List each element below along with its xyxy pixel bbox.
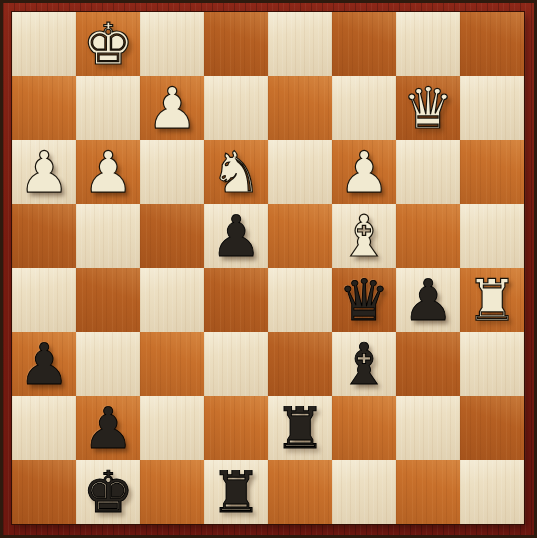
square-d8[interactable] bbox=[204, 12, 268, 76]
piece-black-rook[interactable]: ♜ bbox=[274, 396, 325, 460]
square-b1[interactable]: ♚ bbox=[76, 460, 140, 524]
square-c4[interactable] bbox=[140, 268, 204, 332]
square-a4[interactable] bbox=[12, 268, 76, 332]
square-f6[interactable]: ♟ bbox=[332, 140, 396, 204]
piece-white-rook[interactable]: ♜ bbox=[466, 268, 517, 332]
square-c8[interactable] bbox=[140, 12, 204, 76]
square-h4[interactable]: ♜ bbox=[460, 268, 524, 332]
square-c6[interactable] bbox=[140, 140, 204, 204]
square-h8[interactable] bbox=[460, 12, 524, 76]
square-a6[interactable]: ♟ bbox=[12, 140, 76, 204]
square-f4[interactable]: ♛ bbox=[332, 268, 396, 332]
piece-black-queen[interactable]: ♛ bbox=[338, 268, 389, 332]
piece-white-pawn[interactable]: ♟ bbox=[338, 140, 389, 204]
square-d3[interactable] bbox=[204, 332, 268, 396]
piece-black-bishop[interactable]: ♝ bbox=[338, 332, 389, 396]
piece-black-pawn[interactable]: ♟ bbox=[18, 332, 69, 396]
square-g1[interactable] bbox=[396, 460, 460, 524]
square-c5[interactable] bbox=[140, 204, 204, 268]
piece-black-pawn[interactable]: ♟ bbox=[402, 268, 453, 332]
square-b6[interactable]: ♟ bbox=[76, 140, 140, 204]
piece-black-pawn[interactable]: ♟ bbox=[210, 204, 261, 268]
square-h6[interactable] bbox=[460, 140, 524, 204]
square-d1[interactable]: ♜ bbox=[204, 460, 268, 524]
square-d7[interactable] bbox=[204, 76, 268, 140]
square-b3[interactable] bbox=[76, 332, 140, 396]
square-a8[interactable] bbox=[12, 12, 76, 76]
square-d2[interactable] bbox=[204, 396, 268, 460]
piece-black-king[interactable]: ♚ bbox=[82, 460, 133, 524]
square-f8[interactable] bbox=[332, 12, 396, 76]
square-f2[interactable] bbox=[332, 396, 396, 460]
chess-board: ♚♟♛♟♟♞♟♟♝♛♟♜♟♝♟♜♚♜ bbox=[12, 12, 524, 524]
square-c2[interactable] bbox=[140, 396, 204, 460]
square-d5[interactable]: ♟ bbox=[204, 204, 268, 268]
square-a7[interactable] bbox=[12, 76, 76, 140]
square-a1[interactable] bbox=[12, 460, 76, 524]
square-b5[interactable] bbox=[76, 204, 140, 268]
square-c7[interactable]: ♟ bbox=[140, 76, 204, 140]
square-f1[interactable] bbox=[332, 460, 396, 524]
square-d6[interactable]: ♞ bbox=[204, 140, 268, 204]
square-h7[interactable] bbox=[460, 76, 524, 140]
square-e8[interactable] bbox=[268, 12, 332, 76]
square-h5[interactable] bbox=[460, 204, 524, 268]
square-b7[interactable] bbox=[76, 76, 140, 140]
piece-white-pawn[interactable]: ♟ bbox=[146, 76, 197, 140]
square-f5[interactable]: ♝ bbox=[332, 204, 396, 268]
board-frame: ♚♟♛♟♟♞♟♟♝♛♟♜♟♝♟♜♚♜ bbox=[0, 0, 537, 538]
piece-white-queen[interactable]: ♛ bbox=[402, 76, 453, 140]
square-g5[interactable] bbox=[396, 204, 460, 268]
square-e1[interactable] bbox=[268, 460, 332, 524]
square-e6[interactable] bbox=[268, 140, 332, 204]
square-e4[interactable] bbox=[268, 268, 332, 332]
square-a3[interactable]: ♟ bbox=[12, 332, 76, 396]
square-h1[interactable] bbox=[460, 460, 524, 524]
square-g7[interactable]: ♛ bbox=[396, 76, 460, 140]
square-d4[interactable] bbox=[204, 268, 268, 332]
piece-white-pawn[interactable]: ♟ bbox=[82, 140, 133, 204]
square-f3[interactable]: ♝ bbox=[332, 332, 396, 396]
piece-white-bishop[interactable]: ♝ bbox=[338, 204, 389, 268]
square-c3[interactable] bbox=[140, 332, 204, 396]
square-h2[interactable] bbox=[460, 396, 524, 460]
square-b2[interactable]: ♟ bbox=[76, 396, 140, 460]
square-e3[interactable] bbox=[268, 332, 332, 396]
square-e7[interactable] bbox=[268, 76, 332, 140]
square-g2[interactable] bbox=[396, 396, 460, 460]
square-f7[interactable] bbox=[332, 76, 396, 140]
square-e2[interactable]: ♜ bbox=[268, 396, 332, 460]
square-g4[interactable]: ♟ bbox=[396, 268, 460, 332]
square-b8[interactable]: ♚ bbox=[76, 12, 140, 76]
piece-white-knight[interactable]: ♞ bbox=[210, 140, 261, 204]
piece-black-rook[interactable]: ♜ bbox=[210, 460, 261, 524]
piece-white-king[interactable]: ♚ bbox=[82, 12, 133, 76]
square-a2[interactable] bbox=[12, 396, 76, 460]
square-g3[interactable] bbox=[396, 332, 460, 396]
piece-white-pawn[interactable]: ♟ bbox=[18, 140, 69, 204]
square-a5[interactable] bbox=[12, 204, 76, 268]
square-e5[interactable] bbox=[268, 204, 332, 268]
square-b4[interactable] bbox=[76, 268, 140, 332]
square-g8[interactable] bbox=[396, 12, 460, 76]
square-c1[interactable] bbox=[140, 460, 204, 524]
piece-black-pawn[interactable]: ♟ bbox=[82, 396, 133, 460]
square-h3[interactable] bbox=[460, 332, 524, 396]
square-g6[interactable] bbox=[396, 140, 460, 204]
